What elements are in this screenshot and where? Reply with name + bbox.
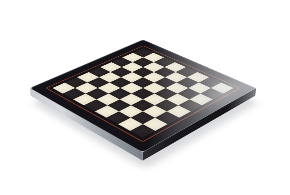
square bbox=[119, 105, 143, 117]
square bbox=[84, 99, 108, 111]
square bbox=[120, 94, 143, 106]
square bbox=[155, 111, 179, 124]
chess-board bbox=[30, 40, 256, 153]
board-frame bbox=[30, 40, 256, 153]
square bbox=[131, 111, 155, 124]
square bbox=[154, 88, 177, 99]
square bbox=[107, 99, 131, 111]
square bbox=[130, 124, 155, 138]
square bbox=[63, 88, 86, 99]
square bbox=[86, 88, 109, 99]
square bbox=[155, 99, 179, 111]
square bbox=[95, 105, 119, 117]
square bbox=[200, 88, 223, 99]
square bbox=[73, 94, 96, 106]
square bbox=[106, 111, 130, 124]
square bbox=[143, 94, 166, 106]
square bbox=[190, 94, 213, 106]
square bbox=[118, 118, 143, 131]
square bbox=[131, 99, 155, 111]
square bbox=[143, 118, 168, 131]
square bbox=[109, 88, 132, 99]
square bbox=[166, 94, 189, 106]
photo-background bbox=[0, 0, 290, 195]
square bbox=[178, 99, 202, 111]
square bbox=[96, 94, 119, 106]
square bbox=[167, 105, 191, 117]
square bbox=[143, 105, 167, 117]
square bbox=[177, 88, 200, 99]
square bbox=[131, 88, 154, 99]
